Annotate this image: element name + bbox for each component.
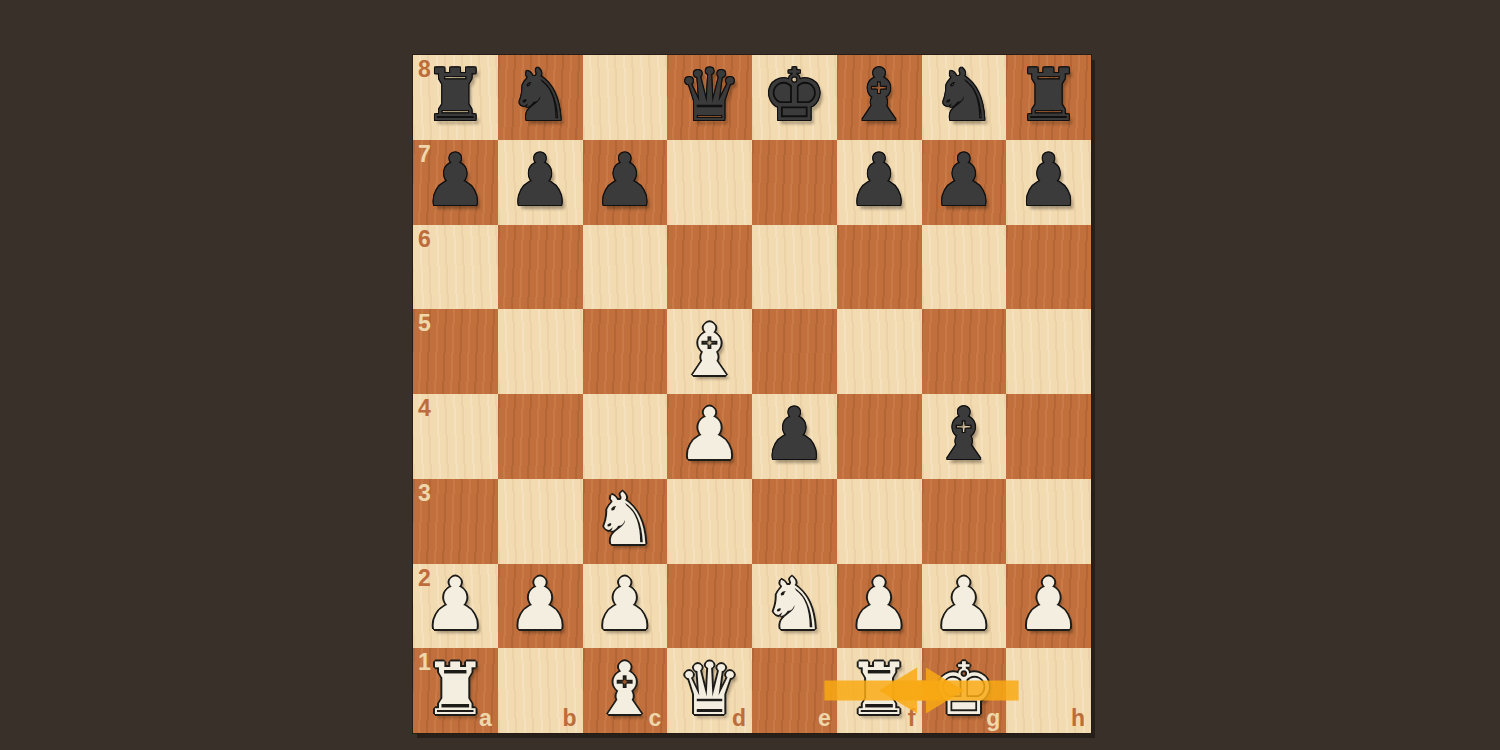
square-g8[interactable]: ♞ — [922, 55, 1007, 140]
square-c3[interactable]: ♞ — [583, 479, 668, 564]
piece-white-king[interactable]: ♚ — [932, 653, 997, 725]
square-d1[interactable]: d♛ — [667, 648, 752, 733]
square-g2[interactable]: ♟ — [922, 564, 1007, 649]
square-h7[interactable]: ♟ — [1006, 140, 1091, 225]
square-e1[interactable]: e — [752, 648, 837, 733]
square-c7[interactable]: ♟ — [583, 140, 668, 225]
file-label-h: h — [1071, 707, 1085, 730]
square-f4[interactable] — [837, 394, 922, 479]
piece-white-pawn[interactable]: ♟ — [847, 568, 912, 640]
piece-black-pawn[interactable]: ♟ — [847, 144, 912, 216]
piece-white-queen[interactable]: ♛ — [677, 653, 742, 725]
piece-white-pawn[interactable]: ♟ — [508, 568, 573, 640]
square-a7[interactable]: 7♟ — [413, 140, 498, 225]
square-g7[interactable]: ♟ — [922, 140, 1007, 225]
square-b7[interactable]: ♟ — [498, 140, 583, 225]
square-f1[interactable]: f♜ — [837, 648, 922, 733]
square-f8[interactable]: ♝ — [837, 55, 922, 140]
square-e2[interactable]: ♞ — [752, 564, 837, 649]
piece-black-bishop[interactable]: ♝ — [932, 398, 997, 470]
square-a8[interactable]: 8♜ — [413, 55, 498, 140]
square-d4[interactable]: ♟ — [667, 394, 752, 479]
square-a2[interactable]: 2♟ — [413, 564, 498, 649]
square-d8[interactable]: ♛ — [667, 55, 752, 140]
square-h6[interactable] — [1006, 225, 1091, 310]
page-background: 8♜♞♛♚♝♞♜7♟♟♟♟♟♟65♝4♟♟♝3♞2♟♟♟♞♟♟♟1a♜bc♝d♛… — [0, 0, 1500, 750]
piece-black-bishop[interactable]: ♝ — [847, 59, 912, 131]
square-g5[interactable] — [922, 309, 1007, 394]
piece-black-pawn[interactable]: ♟ — [423, 144, 488, 216]
piece-white-pawn[interactable]: ♟ — [423, 568, 488, 640]
square-a3[interactable]: 3 — [413, 479, 498, 564]
square-f5[interactable] — [837, 309, 922, 394]
rank-label-4: 4 — [418, 397, 431, 420]
square-a1[interactable]: 1a♜ — [413, 648, 498, 733]
square-c1[interactable]: c♝ — [583, 648, 668, 733]
square-h3[interactable] — [1006, 479, 1091, 564]
square-h8[interactable]: ♜ — [1006, 55, 1091, 140]
piece-white-rook[interactable]: ♜ — [423, 653, 488, 725]
square-h5[interactable] — [1006, 309, 1091, 394]
square-b3[interactable] — [498, 479, 583, 564]
square-b6[interactable] — [498, 225, 583, 310]
square-a6[interactable]: 6 — [413, 225, 498, 310]
square-e3[interactable] — [752, 479, 837, 564]
square-e7[interactable] — [752, 140, 837, 225]
rank-label-3: 3 — [418, 482, 431, 505]
piece-black-rook[interactable]: ♜ — [1016, 59, 1081, 131]
square-b2[interactable]: ♟ — [498, 564, 583, 649]
square-a4[interactable]: 4 — [413, 394, 498, 479]
square-a5[interactable]: 5 — [413, 309, 498, 394]
square-b4[interactable] — [498, 394, 583, 479]
square-e6[interactable] — [752, 225, 837, 310]
piece-white-pawn[interactable]: ♟ — [593, 568, 658, 640]
piece-white-rook[interactable]: ♜ — [847, 653, 912, 725]
square-b1[interactable]: b — [498, 648, 583, 733]
square-f3[interactable] — [837, 479, 922, 564]
file-label-b: b — [562, 707, 576, 730]
square-g3[interactable] — [922, 479, 1007, 564]
square-d5[interactable]: ♝ — [667, 309, 752, 394]
square-e5[interactable] — [752, 309, 837, 394]
piece-white-bishop[interactable]: ♝ — [677, 314, 742, 386]
piece-black-pawn[interactable]: ♟ — [762, 398, 827, 470]
piece-white-bishop[interactable]: ♝ — [593, 653, 658, 725]
piece-white-pawn[interactable]: ♟ — [1016, 568, 1081, 640]
piece-black-queen[interactable]: ♛ — [677, 59, 742, 131]
square-f2[interactable]: ♟ — [837, 564, 922, 649]
rank-label-5: 5 — [418, 312, 431, 335]
square-h2[interactable]: ♟ — [1006, 564, 1091, 649]
piece-black-rook[interactable]: ♜ — [423, 59, 488, 131]
piece-white-knight[interactable]: ♞ — [593, 483, 658, 555]
piece-white-pawn[interactable]: ♟ — [677, 398, 742, 470]
square-d7[interactable] — [667, 140, 752, 225]
square-b8[interactable]: ♞ — [498, 55, 583, 140]
square-c2[interactable]: ♟ — [583, 564, 668, 649]
square-c6[interactable] — [583, 225, 668, 310]
square-c5[interactable] — [583, 309, 668, 394]
piece-black-pawn[interactable]: ♟ — [932, 144, 997, 216]
square-g4[interactable]: ♝ — [922, 394, 1007, 479]
square-h4[interactable] — [1006, 394, 1091, 479]
piece-black-pawn[interactable]: ♟ — [593, 144, 658, 216]
piece-black-knight[interactable]: ♞ — [932, 59, 997, 131]
square-e4[interactable]: ♟ — [752, 394, 837, 479]
piece-black-pawn[interactable]: ♟ — [508, 144, 573, 216]
square-g1[interactable]: g♚ — [922, 648, 1007, 733]
square-c8[interactable] — [583, 55, 668, 140]
square-d2[interactable] — [667, 564, 752, 649]
square-e8[interactable]: ♚ — [752, 55, 837, 140]
square-g6[interactable] — [922, 225, 1007, 310]
file-label-e: e — [818, 707, 831, 730]
piece-white-knight[interactable]: ♞ — [762, 568, 827, 640]
piece-black-pawn[interactable]: ♟ — [1016, 144, 1081, 216]
piece-black-king[interactable]: ♚ — [762, 59, 827, 131]
square-f6[interactable] — [837, 225, 922, 310]
square-h1[interactable]: h — [1006, 648, 1091, 733]
rank-label-6: 6 — [418, 228, 431, 251]
piece-white-pawn[interactable]: ♟ — [932, 568, 997, 640]
square-c4[interactable] — [583, 394, 668, 479]
square-d3[interactable] — [667, 479, 752, 564]
chess-board: 8♜♞♛♚♝♞♜7♟♟♟♟♟♟65♝4♟♟♝3♞2♟♟♟♞♟♟♟1a♜bc♝d♛… — [413, 55, 1091, 733]
square-b5[interactable] — [498, 309, 583, 394]
piece-black-knight[interactable]: ♞ — [508, 59, 573, 131]
square-f7[interactable]: ♟ — [837, 140, 922, 225]
square-d6[interactable] — [667, 225, 752, 310]
